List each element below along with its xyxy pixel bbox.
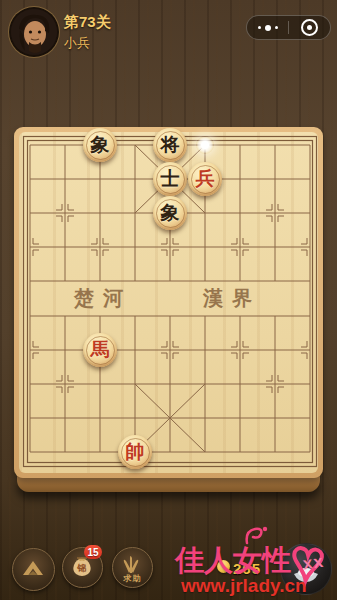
more-button[interactable]: [247, 16, 288, 39]
piece-black-象[interactable]: 象: [83, 128, 117, 162]
piece-glyph: 兵: [188, 162, 222, 196]
piece-glyph: 馬: [83, 333, 117, 367]
ingot-button[interactable]: [280, 543, 332, 595]
river-label-right: 漢界: [203, 285, 261, 312]
piece-black-将[interactable]: 将: [153, 128, 187, 162]
close-button[interactable]: [289, 16, 330, 39]
bag-badge: 15: [84, 545, 102, 559]
highlight-dot: [196, 136, 214, 154]
silver-ingot-icon: [281, 544, 331, 594]
more-dots-icon: [265, 25, 271, 31]
close-target-icon: [301, 19, 318, 36]
svg-text:锦: 锦: [77, 563, 87, 573]
level-label: 第73关: [64, 13, 111, 32]
app-screen: 第73关 小兵 楚河 漢界 象将士兵象馬帥 锦 15: [0, 0, 337, 600]
watermark-swirl-icon: [243, 525, 271, 547]
player-label: 小兵: [64, 34, 90, 52]
piece-red-兵[interactable]: 兵: [188, 162, 222, 196]
piece-red-馬[interactable]: 馬: [83, 333, 117, 367]
piece-red-帥[interactable]: 帥: [118, 435, 152, 469]
gold-coin-icon: [217, 560, 230, 573]
piece-glyph: 帥: [118, 435, 152, 469]
avatar[interactable]: [11, 9, 57, 55]
piece-glyph: 士: [153, 162, 187, 196]
river-label-left: 楚河: [74, 285, 132, 312]
piece-glyph: 象: [83, 128, 117, 162]
more-dots-icon: [258, 26, 261, 29]
more-dots-icon: [275, 26, 278, 29]
piece-glyph: 将: [153, 128, 187, 162]
piece-black-象[interactable]: 象: [153, 196, 187, 230]
piece-black-士[interactable]: 士: [153, 162, 187, 196]
piece-glyph: 象: [153, 196, 187, 230]
expand-button[interactable]: [12, 548, 55, 591]
coin-count: 265: [233, 560, 261, 577]
help-label: 求助: [113, 573, 152, 584]
help-button[interactable]: 求助: [112, 547, 153, 588]
miniprogram-capsule: [246, 15, 331, 40]
avatar-portrait-icon: [11, 9, 57, 55]
chevron-up-icon: [13, 549, 53, 589]
